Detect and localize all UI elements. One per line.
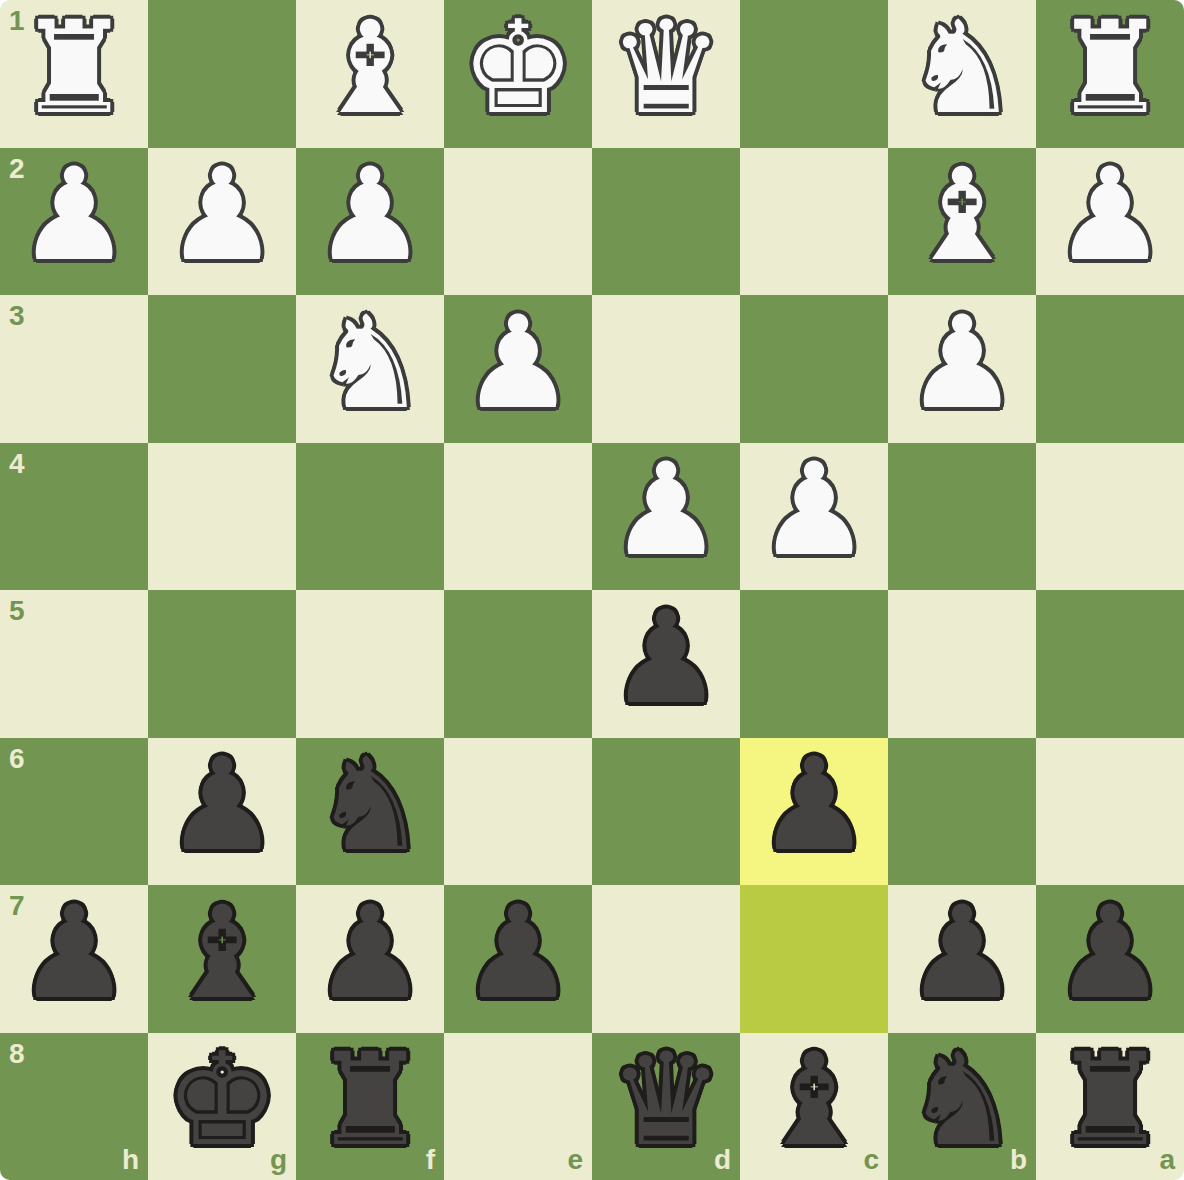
- white-pawn[interactable]: ♟: [905, 299, 1020, 427]
- square-f5[interactable]: [296, 590, 444, 738]
- rank-label-8: 8: [9, 1040, 25, 1068]
- black-pawn[interactable]: ♟: [461, 889, 576, 1017]
- square-e3[interactable]: ♟: [444, 295, 592, 443]
- square-e8[interactable]: e: [444, 1033, 592, 1180]
- square-g7[interactable]: ♝: [148, 885, 296, 1033]
- square-a7[interactable]: ♟: [1036, 885, 1184, 1033]
- square-g2[interactable]: ♟: [148, 148, 296, 296]
- file-label-h: h: [122, 1146, 139, 1174]
- square-a6[interactable]: [1036, 738, 1184, 886]
- square-c4[interactable]: ♟: [740, 443, 888, 591]
- black-pawn[interactable]: ♟: [17, 889, 132, 1017]
- square-a5[interactable]: [1036, 590, 1184, 738]
- black-bishop[interactable]: ♝: [165, 889, 280, 1017]
- square-b2[interactable]: ♝: [888, 148, 1036, 296]
- square-b6[interactable]: [888, 738, 1036, 886]
- square-c6[interactable]: ♟: [740, 738, 888, 886]
- rank-label-6: 6: [9, 745, 25, 773]
- rank-label-5: 5: [9, 597, 25, 625]
- square-c1[interactable]: [740, 0, 888, 148]
- square-f3[interactable]: ♞: [296, 295, 444, 443]
- white-rook[interactable]: ♜: [1053, 4, 1168, 132]
- black-pawn[interactable]: ♟: [313, 889, 428, 1017]
- square-e5[interactable]: [444, 590, 592, 738]
- black-king[interactable]: ♚: [165, 1036, 280, 1164]
- square-d6[interactable]: [592, 738, 740, 886]
- square-b1[interactable]: ♞: [888, 0, 1036, 148]
- square-b7[interactable]: ♟: [888, 885, 1036, 1033]
- black-pawn[interactable]: ♟: [757, 741, 872, 869]
- chess-board[interactable]: 1♜♝♚♛♞♜2♟♟♟♝♟3♞♟♟4♟♟5♟6♟♞♟7♟♝♟♟♟♟8hg♚f♜e…: [0, 0, 1184, 1180]
- black-pawn[interactable]: ♟: [165, 741, 280, 869]
- square-d4[interactable]: ♟: [592, 443, 740, 591]
- white-pawn[interactable]: ♟: [609, 446, 724, 574]
- square-a4[interactable]: [1036, 443, 1184, 591]
- square-c7[interactable]: [740, 885, 888, 1033]
- black-rook[interactable]: ♜: [1053, 1036, 1168, 1164]
- square-f4[interactable]: [296, 443, 444, 591]
- square-h3[interactable]: 3: [0, 295, 148, 443]
- white-knight[interactable]: ♞: [905, 4, 1020, 132]
- square-f1[interactable]: ♝: [296, 0, 444, 148]
- square-f2[interactable]: ♟: [296, 148, 444, 296]
- square-c8[interactable]: c♝: [740, 1033, 888, 1180]
- square-e2[interactable]: [444, 148, 592, 296]
- square-h2[interactable]: 2♟: [0, 148, 148, 296]
- white-bishop[interactable]: ♝: [905, 151, 1020, 279]
- square-d8[interactable]: d♛: [592, 1033, 740, 1180]
- black-rook[interactable]: ♜: [313, 1036, 428, 1164]
- square-f7[interactable]: ♟: [296, 885, 444, 1033]
- square-h4[interactable]: 4: [0, 443, 148, 591]
- white-pawn[interactable]: ♟: [313, 151, 428, 279]
- square-a1[interactable]: ♜: [1036, 0, 1184, 148]
- white-knight[interactable]: ♞: [313, 299, 428, 427]
- square-f8[interactable]: f♜: [296, 1033, 444, 1180]
- black-pawn[interactable]: ♟: [1053, 889, 1168, 1017]
- white-pawn[interactable]: ♟: [461, 299, 576, 427]
- white-rook[interactable]: ♜: [17, 4, 132, 132]
- square-a8[interactable]: a♜: [1036, 1033, 1184, 1180]
- black-pawn[interactable]: ♟: [905, 889, 1020, 1017]
- square-g3[interactable]: [148, 295, 296, 443]
- square-b5[interactable]: [888, 590, 1036, 738]
- rank-label-4: 4: [9, 450, 25, 478]
- square-c3[interactable]: [740, 295, 888, 443]
- file-label-e: e: [567, 1146, 583, 1174]
- square-d3[interactable]: [592, 295, 740, 443]
- square-g5[interactable]: [148, 590, 296, 738]
- square-g4[interactable]: [148, 443, 296, 591]
- black-queen[interactable]: ♛: [609, 1036, 724, 1164]
- square-d5[interactable]: ♟: [592, 590, 740, 738]
- white-pawn[interactable]: ♟: [757, 446, 872, 574]
- square-e6[interactable]: [444, 738, 592, 886]
- square-b4[interactable]: [888, 443, 1036, 591]
- square-c2[interactable]: [740, 148, 888, 296]
- square-d2[interactable]: [592, 148, 740, 296]
- square-g1[interactable]: [148, 0, 296, 148]
- square-c5[interactable]: [740, 590, 888, 738]
- square-e4[interactable]: [444, 443, 592, 591]
- square-b3[interactable]: ♟: [888, 295, 1036, 443]
- square-a3[interactable]: [1036, 295, 1184, 443]
- square-h7[interactable]: 7♟: [0, 885, 148, 1033]
- square-e1[interactable]: ♚: [444, 0, 592, 148]
- square-g6[interactable]: ♟: [148, 738, 296, 886]
- square-h5[interactable]: 5: [0, 590, 148, 738]
- square-b8[interactable]: b♞: [888, 1033, 1036, 1180]
- white-king[interactable]: ♚: [461, 4, 576, 132]
- black-bishop[interactable]: ♝: [757, 1036, 872, 1164]
- square-g8[interactable]: g♚: [148, 1033, 296, 1180]
- square-h6[interactable]: 6: [0, 738, 148, 886]
- black-knight[interactable]: ♞: [905, 1036, 1020, 1164]
- black-knight[interactable]: ♞: [313, 741, 428, 869]
- rank-label-3: 3: [9, 302, 25, 330]
- square-d7[interactable]: [592, 885, 740, 1033]
- square-h8[interactable]: 8h: [0, 1033, 148, 1180]
- square-h1[interactable]: 1♜: [0, 0, 148, 148]
- white-pawn[interactable]: ♟: [1053, 151, 1168, 279]
- white-pawn[interactable]: ♟: [165, 151, 280, 279]
- square-a2[interactable]: ♟: [1036, 148, 1184, 296]
- square-e7[interactable]: ♟: [444, 885, 592, 1033]
- white-pawn[interactable]: ♟: [17, 151, 132, 279]
- square-d1[interactable]: ♛: [592, 0, 740, 148]
- square-f6[interactable]: ♞: [296, 738, 444, 886]
- white-queen[interactable]: ♛: [609, 4, 724, 132]
- white-bishop[interactable]: ♝: [313, 4, 428, 132]
- black-pawn[interactable]: ♟: [609, 594, 724, 722]
